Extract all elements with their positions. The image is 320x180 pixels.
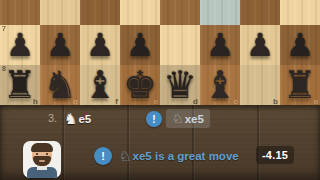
move-list-bar: 3. ♞ e5 ! ♘ xe5 xyxy=(0,105,320,133)
square-b6[interactable] xyxy=(240,0,280,25)
black-rook[interactable]: ♜ xyxy=(283,65,317,105)
great-move-icon: ! xyxy=(146,111,162,127)
knight-outline-icon: ♘ xyxy=(119,147,132,165)
black-pawn[interactable]: ♟ xyxy=(46,25,75,65)
square-h6[interactable] xyxy=(0,0,40,25)
rank-label-7: 7 xyxy=(2,25,6,32)
chess-board[interactable]: 7♟♟♟♟♟♟♟8♜h♞g♝f♚e♛d♝cb♜a xyxy=(0,0,320,105)
square-b7[interactable]: ♟ xyxy=(240,25,280,65)
lower-panel: 3. ♞ e5 ! ♘ xe5 ! xyxy=(0,105,320,180)
comment-bar: ! ♘ xe5 is a great move -4.15 xyxy=(0,133,320,180)
square-c6[interactable] xyxy=(200,0,240,25)
square-f7[interactable]: ♟ xyxy=(80,25,120,65)
file-label-a: a xyxy=(314,97,318,105)
avatar-mouth xyxy=(39,160,45,162)
move-black-selected[interactable]: ♘ xe5 xyxy=(166,109,210,128)
avatar-eye xyxy=(36,153,38,155)
square-c8[interactable]: ♝c xyxy=(200,65,240,105)
square-e6[interactable] xyxy=(120,0,160,25)
square-f6[interactable] xyxy=(80,0,120,25)
black-bishop[interactable]: ♝ xyxy=(203,65,237,105)
square-a8[interactable]: ♜a xyxy=(280,65,320,105)
file-label-g: g xyxy=(73,97,78,105)
square-g8[interactable]: ♞g xyxy=(40,65,80,105)
square-e7[interactable]: ♟ xyxy=(120,25,160,65)
black-pawn[interactable]: ♟ xyxy=(6,25,35,65)
avatar-collar xyxy=(37,166,47,170)
white-knight-icon: ♞ xyxy=(64,109,77,129)
square-d8[interactable]: ♛d xyxy=(160,65,200,105)
file-label-e: e xyxy=(154,97,158,105)
move-number: 3. xyxy=(48,112,57,124)
black-knight[interactable]: ♞ xyxy=(43,65,77,105)
avatar[interactable] xyxy=(23,141,61,178)
avatar-eye xyxy=(46,153,48,155)
black-bishop[interactable]: ♝ xyxy=(83,65,117,105)
square-h7[interactable]: 7♟ xyxy=(0,25,40,65)
square-h8[interactable]: 8♜h xyxy=(0,65,40,105)
knight-outline-icon: ♘ xyxy=(172,110,184,128)
black-rook[interactable]: ♜ xyxy=(3,65,37,105)
square-d6[interactable] xyxy=(160,0,200,25)
square-f8[interactable]: ♝f xyxy=(80,65,120,105)
file-label-h: h xyxy=(33,97,38,105)
move-white[interactable]: ♞ e5 xyxy=(64,109,91,129)
move-white-san: e5 xyxy=(78,113,91,125)
square-e8[interactable]: ♚e xyxy=(120,65,160,105)
file-label-c: c xyxy=(234,97,238,105)
square-a6[interactable] xyxy=(280,0,320,25)
square-d7[interactable] xyxy=(160,25,200,65)
black-queen[interactable]: ♛ xyxy=(163,65,197,105)
file-label-f: f xyxy=(115,97,118,105)
avatar-hair xyxy=(31,143,53,152)
black-pawn[interactable]: ♟ xyxy=(126,25,155,65)
black-pawn[interactable]: ♟ xyxy=(206,25,235,65)
file-label-d: d xyxy=(193,97,198,105)
move-black-san: xe5 xyxy=(185,113,204,125)
square-a7[interactable]: ♟ xyxy=(280,25,320,65)
square-b8[interactable]: b xyxy=(240,65,280,105)
black-pawn[interactable]: ♟ xyxy=(246,25,275,65)
chess-app-screen: 7♟♟♟♟♟♟♟8♜h♞g♝f♚e♛d♝cb♜a 3. ♞ e5 ! ♘ xe5 xyxy=(0,0,320,180)
square-g7[interactable]: ♟ xyxy=(40,25,80,65)
black-pawn[interactable]: ♟ xyxy=(286,25,315,65)
evaluation-badge: -4.15 xyxy=(256,146,294,164)
file-label-b: b xyxy=(273,97,278,105)
square-g6[interactable] xyxy=(40,0,80,25)
move-comment: ♘ xe5 is a great move xyxy=(119,147,239,165)
square-c7[interactable]: ♟ xyxy=(200,25,240,65)
great-move-icon: ! xyxy=(94,147,112,165)
black-king[interactable]: ♚ xyxy=(123,65,157,105)
comment-message: xe5 is a great move xyxy=(133,150,239,162)
black-pawn[interactable]: ♟ xyxy=(86,25,115,65)
rank-label-8: 8 xyxy=(2,65,6,72)
